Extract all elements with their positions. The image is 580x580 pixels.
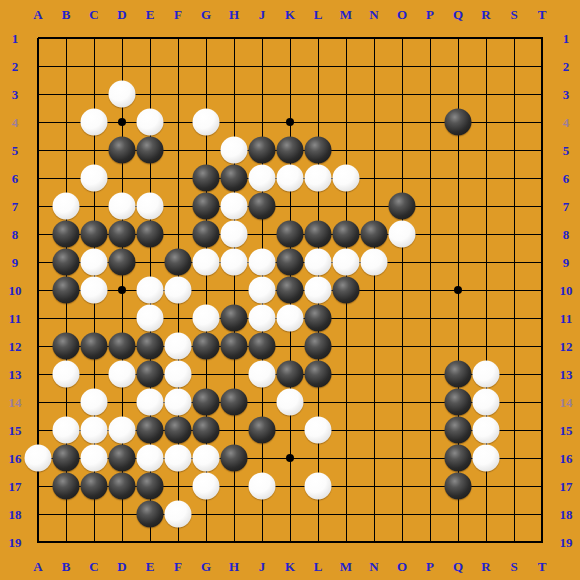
stone-white-f18[interactable] xyxy=(165,501,192,528)
stone-white-c4[interactable] xyxy=(81,109,108,136)
stone-black-c8[interactable] xyxy=(81,221,108,248)
stone-black-l5[interactable] xyxy=(305,137,332,164)
grid-hline xyxy=(38,541,543,543)
stone-black-l13[interactable] xyxy=(305,361,332,388)
stone-black-e8[interactable] xyxy=(137,221,164,248)
col-label-top: K xyxy=(285,8,295,21)
stone-white-c9[interactable] xyxy=(81,249,108,276)
row-label-left: 6 xyxy=(12,172,19,185)
col-label-top: M xyxy=(340,8,352,21)
row-label-left: 17 xyxy=(9,480,22,493)
stone-black-j15[interactable] xyxy=(249,417,276,444)
grid-hline xyxy=(38,37,543,39)
row-label-right: 4 xyxy=(563,116,570,129)
stone-black-b9[interactable] xyxy=(53,249,80,276)
stone-black-k5[interactable] xyxy=(277,137,304,164)
stone-white-h8[interactable] xyxy=(221,221,248,248)
stone-white-k14[interactable] xyxy=(277,389,304,416)
stone-white-e14[interactable] xyxy=(137,389,164,416)
col-label-top: H xyxy=(229,8,239,21)
stone-white-o8[interactable] xyxy=(389,221,416,248)
stone-black-k13[interactable] xyxy=(277,361,304,388)
stone-white-h7[interactable] xyxy=(221,193,248,220)
stone-black-m8[interactable] xyxy=(333,221,360,248)
row-label-left: 12 xyxy=(9,340,22,353)
stone-white-b7[interactable] xyxy=(53,193,80,220)
col-label-bottom: D xyxy=(117,560,126,573)
stone-black-g12[interactable] xyxy=(193,333,220,360)
row-label-left: 10 xyxy=(9,284,22,297)
stone-white-e16[interactable] xyxy=(137,445,164,472)
row-label-right: 3 xyxy=(563,88,570,101)
stone-white-f14[interactable] xyxy=(165,389,192,416)
grid-hline xyxy=(38,66,543,67)
stone-white-f13[interactable] xyxy=(165,361,192,388)
col-label-top: C xyxy=(89,8,98,21)
col-label-top: B xyxy=(62,8,71,21)
row-label-right: 13 xyxy=(560,368,573,381)
stone-white-j17[interactable] xyxy=(249,473,276,500)
go-board[interactable]: AABBCCDDEEFFGGHHJJKKLLMMNNOOPPQQRRSSTT11… xyxy=(0,0,580,580)
stone-black-e5[interactable] xyxy=(137,137,164,164)
stone-white-g16[interactable] xyxy=(193,445,220,472)
row-label-right: 9 xyxy=(563,256,570,269)
col-label-bottom: Q xyxy=(453,560,463,573)
row-label-right: 7 xyxy=(563,200,570,213)
row-label-left: 19 xyxy=(9,536,22,549)
stone-white-f16[interactable] xyxy=(165,445,192,472)
row-label-right: 14 xyxy=(560,396,573,409)
col-label-top: F xyxy=(174,8,182,21)
col-label-top: J xyxy=(259,8,266,21)
stone-black-b17[interactable] xyxy=(53,473,80,500)
stone-black-o7[interactable] xyxy=(389,193,416,220)
grid-hline xyxy=(38,514,543,515)
stone-black-b16[interactable] xyxy=(53,445,80,472)
stone-white-r14[interactable] xyxy=(473,389,500,416)
row-label-right: 10 xyxy=(560,284,573,297)
stone-white-d3[interactable] xyxy=(109,81,136,108)
col-label-bottom: G xyxy=(201,560,211,573)
stone-white-j6[interactable] xyxy=(249,165,276,192)
row-label-right: 12 xyxy=(560,340,573,353)
row-label-left: 16 xyxy=(9,452,22,465)
col-label-top: L xyxy=(314,8,323,21)
star-point xyxy=(454,286,462,294)
stone-white-c14[interactable] xyxy=(81,389,108,416)
star-point xyxy=(286,118,294,126)
stone-white-g4[interactable] xyxy=(193,109,220,136)
col-label-bottom: L xyxy=(314,560,323,573)
stone-black-q15[interactable] xyxy=(445,417,472,444)
stone-white-g11[interactable] xyxy=(193,305,220,332)
stone-white-h5[interactable] xyxy=(221,137,248,164)
row-label-left: 8 xyxy=(12,228,19,241)
grid-vline xyxy=(374,38,375,543)
col-label-bottom: H xyxy=(229,560,239,573)
stone-white-e11[interactable] xyxy=(137,305,164,332)
stone-black-g8[interactable] xyxy=(193,221,220,248)
col-label-top: N xyxy=(369,8,378,21)
col-label-bottom: O xyxy=(397,560,407,573)
stone-black-d16[interactable] xyxy=(109,445,136,472)
stone-black-e12[interactable] xyxy=(137,333,164,360)
stone-white-m6[interactable] xyxy=(333,165,360,192)
row-label-right: 1 xyxy=(563,32,570,45)
col-label-bottom: E xyxy=(146,560,155,573)
stone-black-d8[interactable] xyxy=(109,221,136,248)
stone-black-l8[interactable] xyxy=(305,221,332,248)
col-label-bottom: T xyxy=(538,560,547,573)
stone-white-j10[interactable] xyxy=(249,277,276,304)
col-label-top: S xyxy=(510,8,517,21)
star-point xyxy=(118,286,126,294)
stone-white-j13[interactable] xyxy=(249,361,276,388)
stone-white-d13[interactable] xyxy=(109,361,136,388)
stone-black-h16[interactable] xyxy=(221,445,248,472)
stone-white-c6[interactable] xyxy=(81,165,108,192)
stone-black-k8[interactable] xyxy=(277,221,304,248)
stone-white-b15[interactable] xyxy=(53,417,80,444)
stone-white-c10[interactable] xyxy=(81,277,108,304)
row-label-right: 17 xyxy=(560,480,573,493)
stone-black-d5[interactable] xyxy=(109,137,136,164)
col-label-bottom: S xyxy=(510,560,517,573)
stone-black-q4[interactable] xyxy=(445,109,472,136)
stone-black-d9[interactable] xyxy=(109,249,136,276)
stone-black-j5[interactable] xyxy=(249,137,276,164)
row-label-left: 7 xyxy=(12,200,19,213)
col-label-top: E xyxy=(146,8,155,21)
stone-black-m10[interactable] xyxy=(333,277,360,304)
stone-white-j9[interactable] xyxy=(249,249,276,276)
row-label-left: 14 xyxy=(9,396,22,409)
stone-white-c16[interactable] xyxy=(81,445,108,472)
stone-white-l6[interactable] xyxy=(305,165,332,192)
grid-vline xyxy=(430,38,431,543)
stone-white-g9[interactable] xyxy=(193,249,220,276)
star-point xyxy=(286,454,294,462)
stone-white-e10[interactable] xyxy=(137,277,164,304)
stone-white-f10[interactable] xyxy=(165,277,192,304)
stone-black-b12[interactable] xyxy=(53,333,80,360)
row-label-right: 11 xyxy=(560,312,572,325)
stone-white-b13[interactable] xyxy=(53,361,80,388)
col-label-bottom: F xyxy=(174,560,182,573)
stone-black-h12[interactable] xyxy=(221,333,248,360)
stone-black-q17[interactable] xyxy=(445,473,472,500)
col-label-top: P xyxy=(426,8,434,21)
stone-white-e4[interactable] xyxy=(137,109,164,136)
stone-white-l15[interactable] xyxy=(305,417,332,444)
row-label-left: 2 xyxy=(12,60,19,73)
row-label-right: 2 xyxy=(563,60,570,73)
row-label-left: 9 xyxy=(12,256,19,269)
stone-white-l9[interactable] xyxy=(305,249,332,276)
col-label-bottom: C xyxy=(89,560,98,573)
col-label-bottom: K xyxy=(285,560,295,573)
col-label-top: O xyxy=(397,8,407,21)
stone-white-k11[interactable] xyxy=(277,305,304,332)
stone-black-l12[interactable] xyxy=(305,333,332,360)
stone-black-b8[interactable] xyxy=(53,221,80,248)
stone-white-f12[interactable] xyxy=(165,333,192,360)
grid-vline xyxy=(541,38,543,543)
row-label-right: 8 xyxy=(563,228,570,241)
stone-black-h14[interactable] xyxy=(221,389,248,416)
row-label-right: 5 xyxy=(563,144,570,157)
stone-white-l17[interactable] xyxy=(305,473,332,500)
row-label-right: 16 xyxy=(560,452,573,465)
stone-black-g7[interactable] xyxy=(193,193,220,220)
col-label-bottom: R xyxy=(481,560,490,573)
stone-black-j12[interactable] xyxy=(249,333,276,360)
stone-black-f15[interactable] xyxy=(165,417,192,444)
col-label-top: A xyxy=(33,8,42,21)
stone-white-h9[interactable] xyxy=(221,249,248,276)
stone-black-e15[interactable] xyxy=(137,417,164,444)
stone-black-g14[interactable] xyxy=(193,389,220,416)
row-label-right: 19 xyxy=(560,536,573,549)
stone-white-e7[interactable] xyxy=(137,193,164,220)
stone-black-g6[interactable] xyxy=(193,165,220,192)
stone-white-k6[interactable] xyxy=(277,165,304,192)
stone-black-e13[interactable] xyxy=(137,361,164,388)
stone-black-k9[interactable] xyxy=(277,249,304,276)
stone-white-r15[interactable] xyxy=(473,417,500,444)
stone-black-q16[interactable] xyxy=(445,445,472,472)
col-label-top: T xyxy=(538,8,547,21)
row-label-left: 1 xyxy=(12,32,19,45)
stone-black-n8[interactable] xyxy=(361,221,388,248)
stone-white-m9[interactable] xyxy=(333,249,360,276)
stone-white-n9[interactable] xyxy=(361,249,388,276)
row-label-right: 6 xyxy=(563,172,570,185)
stone-white-g17[interactable] xyxy=(193,473,220,500)
col-label-top: R xyxy=(481,8,490,21)
stone-black-d17[interactable] xyxy=(109,473,136,500)
row-label-left: 3 xyxy=(12,88,19,101)
stone-black-b10[interactable] xyxy=(53,277,80,304)
stone-black-c12[interactable] xyxy=(81,333,108,360)
col-label-bottom: B xyxy=(62,560,71,573)
stone-black-e18[interactable] xyxy=(137,501,164,528)
stone-black-e17[interactable] xyxy=(137,473,164,500)
grid-vline xyxy=(402,38,403,543)
stone-black-h11[interactable] xyxy=(221,305,248,332)
stone-black-g15[interactable] xyxy=(193,417,220,444)
col-label-bottom: N xyxy=(369,560,378,573)
row-label-left: 5 xyxy=(12,144,19,157)
stone-black-d12[interactable] xyxy=(109,333,136,360)
row-label-left: 4 xyxy=(12,116,19,129)
star-point xyxy=(118,118,126,126)
stone-black-j7[interactable] xyxy=(249,193,276,220)
stone-white-l10[interactable] xyxy=(305,277,332,304)
stone-black-h6[interactable] xyxy=(221,165,248,192)
row-label-left: 13 xyxy=(9,368,22,381)
stone-black-k10[interactable] xyxy=(277,277,304,304)
stone-black-l11[interactable] xyxy=(305,305,332,332)
stone-black-q13[interactable] xyxy=(445,361,472,388)
stone-white-d15[interactable] xyxy=(109,417,136,444)
stone-white-r13[interactable] xyxy=(473,361,500,388)
stone-white-c15[interactable] xyxy=(81,417,108,444)
row-label-right: 15 xyxy=(560,424,573,437)
grid-vline xyxy=(514,38,515,543)
row-label-left: 15 xyxy=(9,424,22,437)
col-label-bottom: P xyxy=(426,560,434,573)
stone-white-a16[interactable] xyxy=(25,445,52,472)
row-label-left: 18 xyxy=(9,508,22,521)
row-label-right: 18 xyxy=(560,508,573,521)
col-label-top: G xyxy=(201,8,211,21)
col-label-bottom: J xyxy=(259,560,266,573)
stone-black-c17[interactable] xyxy=(81,473,108,500)
col-label-bottom: A xyxy=(33,560,42,573)
stone-black-f9[interactable] xyxy=(165,249,192,276)
stone-black-q14[interactable] xyxy=(445,389,472,416)
stone-white-r16[interactable] xyxy=(473,445,500,472)
col-label-top: D xyxy=(117,8,126,21)
row-label-left: 11 xyxy=(9,312,21,325)
col-label-top: Q xyxy=(453,8,463,21)
stone-white-d7[interactable] xyxy=(109,193,136,220)
stone-white-j11[interactable] xyxy=(249,305,276,332)
col-label-bottom: M xyxy=(340,560,352,573)
